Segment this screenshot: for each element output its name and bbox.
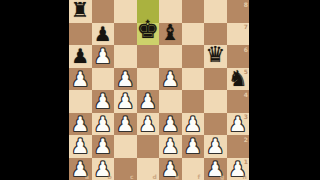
square-b8[interactable] bbox=[92, 0, 115, 23]
file-label-a: a bbox=[85, 174, 89, 180]
rank-label-4: 4 bbox=[244, 92, 248, 98]
square-f2[interactable]: ♟ bbox=[182, 135, 205, 158]
piece-white-pawn[interactable]: ♟ bbox=[204, 135, 227, 158]
square-c2[interactable] bbox=[114, 135, 137, 158]
square-e5[interactable]: ♟ bbox=[159, 68, 182, 91]
file-label-h: h bbox=[243, 174, 247, 180]
square-f3[interactable]: ♟ bbox=[182, 113, 205, 136]
piece-white-pawn[interactable]: ♟ bbox=[159, 68, 182, 91]
square-c4[interactable]: ♟ bbox=[114, 90, 137, 113]
square-c5[interactable]: ♟ bbox=[114, 68, 137, 91]
chess-board: ♜♟♚♝♟♟♛♟♟♟♞♟♟♟♟♟♟♟♟♟♟♟♟♟♟♟♟♟♟♟♟87654321a… bbox=[69, 0, 249, 180]
video-background: ♜♟♚♝♟♟♛♟♟♟♞♟♟♟♟♟♟♟♟♟♟♟♟♟♟♟♟♟♟♟♟87654321a… bbox=[0, 0, 320, 180]
square-a4[interactable] bbox=[69, 90, 92, 113]
file-label-d: d bbox=[153, 174, 157, 180]
square-a5[interactable]: ♟ bbox=[69, 68, 92, 91]
square-g4[interactable] bbox=[204, 90, 227, 113]
square-d5[interactable] bbox=[137, 68, 160, 91]
piece-black-queen[interactable]: ♛ bbox=[204, 44, 227, 67]
rank-label-8: 8 bbox=[244, 2, 248, 8]
rank-label-5: 5 bbox=[244, 69, 248, 75]
square-f8[interactable] bbox=[182, 0, 205, 23]
piece-black-pawn[interactable]: ♟ bbox=[92, 23, 115, 46]
piece-black-king[interactable]: ♚ bbox=[137, 19, 160, 42]
file-label-g: g bbox=[220, 174, 224, 180]
square-d3[interactable]: ♟ bbox=[137, 113, 160, 136]
square-e3[interactable]: ♟ bbox=[159, 113, 182, 136]
rank-label-6: 6 bbox=[244, 47, 248, 53]
square-d2[interactable] bbox=[137, 135, 160, 158]
file-label-e: e bbox=[175, 174, 179, 180]
right-letterbox bbox=[249, 0, 320, 180]
rank-label-3: 3 bbox=[244, 114, 248, 120]
square-f5[interactable] bbox=[182, 68, 205, 91]
square-g2[interactable]: ♟ bbox=[204, 135, 227, 158]
square-a6[interactable]: ♟ bbox=[69, 45, 92, 68]
square-f4[interactable] bbox=[182, 90, 205, 113]
square-g5[interactable] bbox=[204, 68, 227, 91]
square-b5[interactable] bbox=[92, 68, 115, 91]
square-e4[interactable] bbox=[159, 90, 182, 113]
file-label-f: f bbox=[198, 174, 201, 180]
square-g6[interactable]: ♛ bbox=[204, 45, 227, 68]
square-f6[interactable] bbox=[182, 45, 205, 68]
piece-white-pawn[interactable]: ♟ bbox=[114, 113, 137, 136]
square-b7[interactable]: ♟ bbox=[92, 23, 115, 46]
piece-white-pawn[interactable]: ♟ bbox=[159, 113, 182, 136]
square-d7[interactable]: ♚ bbox=[137, 23, 160, 46]
piece-white-pawn[interactable]: ♟ bbox=[92, 90, 115, 113]
square-g8[interactable] bbox=[204, 0, 227, 23]
piece-white-pawn[interactable]: ♟ bbox=[182, 113, 205, 136]
square-e7[interactable]: ♝ bbox=[159, 23, 182, 46]
square-c6[interactable] bbox=[114, 45, 137, 68]
square-a8[interactable]: ♜ bbox=[69, 0, 92, 23]
square-c8[interactable] bbox=[114, 0, 137, 23]
square-e2[interactable]: ♟ bbox=[159, 135, 182, 158]
square-b4[interactable]: ♟ bbox=[92, 90, 115, 113]
piece-white-pawn[interactable]: ♟ bbox=[159, 135, 182, 158]
square-c7[interactable] bbox=[114, 23, 137, 46]
piece-white-pawn[interactable]: ♟ bbox=[69, 135, 92, 158]
piece-black-rook[interactable]: ♜ bbox=[69, 0, 92, 22]
piece-white-pawn[interactable]: ♟ bbox=[137, 90, 160, 113]
left-letterbox bbox=[0, 0, 69, 180]
square-b3[interactable]: ♟ bbox=[92, 113, 115, 136]
piece-white-pawn[interactable]: ♟ bbox=[92, 113, 115, 136]
piece-white-pawn[interactable]: ♟ bbox=[114, 90, 137, 113]
square-g3[interactable] bbox=[204, 113, 227, 136]
square-b6[interactable]: ♟ bbox=[92, 45, 115, 68]
piece-white-pawn[interactable]: ♟ bbox=[69, 113, 92, 136]
file-label-c: c bbox=[130, 174, 134, 180]
piece-white-pawn[interactable]: ♟ bbox=[92, 135, 115, 158]
piece-white-pawn[interactable]: ♟ bbox=[92, 45, 115, 68]
square-d6[interactable] bbox=[137, 45, 160, 68]
square-a3[interactable]: ♟ bbox=[69, 113, 92, 136]
piece-white-pawn[interactable]: ♟ bbox=[182, 135, 205, 158]
piece-black-bishop[interactable]: ♝ bbox=[159, 22, 182, 45]
square-f1[interactable] bbox=[182, 158, 205, 181]
rank-label-2: 2 bbox=[244, 137, 248, 143]
square-a7[interactable] bbox=[69, 23, 92, 46]
rank-label-1: 1 bbox=[244, 159, 248, 165]
piece-white-pawn[interactable]: ♟ bbox=[69, 68, 92, 91]
square-c3[interactable]: ♟ bbox=[114, 113, 137, 136]
square-d4[interactable]: ♟ bbox=[137, 90, 160, 113]
piece-white-pawn[interactable]: ♟ bbox=[114, 68, 137, 91]
square-f7[interactable] bbox=[182, 23, 205, 46]
file-label-b: b bbox=[108, 174, 112, 180]
piece-white-pawn[interactable]: ♟ bbox=[137, 113, 160, 136]
piece-black-pawn[interactable]: ♟ bbox=[69, 45, 92, 68]
square-e6[interactable] bbox=[159, 45, 182, 68]
square-a2[interactable]: ♟ bbox=[69, 135, 92, 158]
rank-label-7: 7 bbox=[244, 24, 248, 30]
square-b2[interactable]: ♟ bbox=[92, 135, 115, 158]
